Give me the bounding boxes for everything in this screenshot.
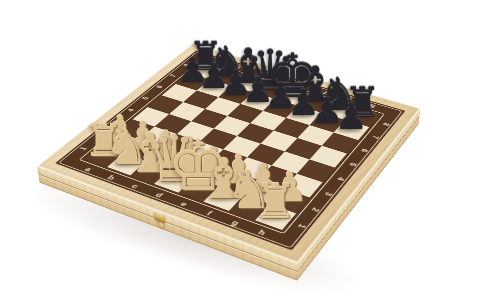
chess-set-photo: abcdefgh abcdefgh 87654321 87654321 — [0, 0, 480, 296]
black-pawn-glyph: ♟ — [335, 99, 368, 136]
pieces-layer: ♜♞♝♛♚♝♞♜♟♟♟♟♟♟♟♟♟♟♟♟♟♟♟♟♜♞♝♛♚♝♞♜ — [0, 0, 480, 296]
white-rook-glyph: ♜ — [254, 176, 297, 224]
